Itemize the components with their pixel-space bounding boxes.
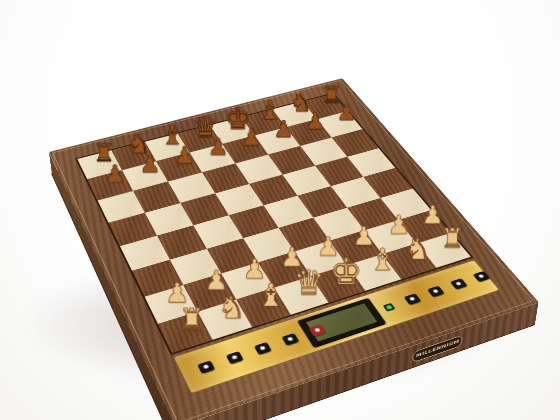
- perspective-viewport: MILLENNIUM ♜♞♝♛♚♝♞♜♟♟♟♟♟♟♟♟♟♟♟♟♟♟♟♟♜♞♝♛♚…: [8, 18, 540, 417]
- black-pawn[interactable]: ♟: [234, 117, 269, 158]
- white-king[interactable]: ♚: [326, 248, 367, 295]
- black-pawn[interactable]: ♟: [96, 152, 133, 194]
- black-pawn[interactable]: ♟: [200, 126, 236, 167]
- white-knight[interactable]: ♞: [211, 283, 254, 332]
- black-pawn[interactable]: ♟: [266, 109, 301, 149]
- white-bishop[interactable]: ♝: [362, 237, 403, 284]
- white-queen[interactable]: ♛: [288, 259, 330, 307]
- scene: MILLENNIUM ♜♞♝♛♚♝♞♜♟♟♟♟♟♟♟♟♟♟♟♟♟♟♟♟♜♞♝♛♚…: [0, 0, 560, 420]
- black-pawn[interactable]: ♟: [329, 93, 363, 133]
- white-knight[interactable]: ♞: [398, 226, 438, 272]
- white-bishop[interactable]: ♝: [250, 271, 292, 319]
- black-pawn[interactable]: ♟: [166, 134, 202, 176]
- chess-computer: MILLENNIUM ♜♞♝♛♚♝♞♜♟♟♟♟♟♟♟♟♟♟♟♟♟♟♟♟♜♞♝♛♚…: [49, 78, 539, 420]
- black-pawn[interactable]: ♟: [298, 101, 333, 141]
- black-pawn[interactable]: ♟: [132, 143, 169, 185]
- board-frame: ♜♞♝♛♚♝♞♜♟♟♟♟♟♟♟♟♟♟♟♟♟♟♟♟♜♞♝♛♚♝♞♜: [49, 78, 539, 420]
- white-rook[interactable]: ♜: [170, 295, 213, 345]
- white-rook[interactable]: ♜: [433, 215, 473, 261]
